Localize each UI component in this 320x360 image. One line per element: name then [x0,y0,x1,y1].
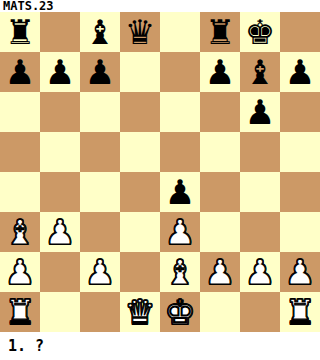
square-d3[interactable] [120,212,160,252]
black-rook: ♜ [5,12,35,52]
white-bishop: ♝ [5,212,35,252]
white-pawn: ♟ [165,212,195,252]
square-b8[interactable] [40,12,80,52]
square-c2[interactable]: ♟ [80,252,120,292]
square-a2[interactable]: ♟ [0,252,40,292]
square-e1[interactable]: ♚ [160,292,200,332]
square-e8[interactable] [160,12,200,52]
square-b5[interactable] [40,132,80,172]
square-a7[interactable]: ♟ [0,52,40,92]
square-f5[interactable] [200,132,240,172]
square-g1[interactable] [240,292,280,332]
black-pawn: ♟ [85,52,115,92]
square-h6[interactable] [280,92,320,132]
square-f3[interactable] [200,212,240,252]
white-rook: ♜ [285,292,315,332]
square-d1[interactable]: ♛ [120,292,160,332]
white-king: ♚ [165,292,195,332]
black-king: ♚ [245,12,275,52]
square-e3[interactable]: ♟ [160,212,200,252]
square-b4[interactable] [40,172,80,212]
square-g6[interactable]: ♟ [240,92,280,132]
square-b2[interactable] [40,252,80,292]
square-c4[interactable] [80,172,120,212]
square-d2[interactable] [120,252,160,292]
move-prompt: 1. ? [0,332,320,360]
square-h2[interactable]: ♟ [280,252,320,292]
square-g3[interactable] [240,212,280,252]
white-pawn: ♟ [5,252,35,292]
square-c8[interactable]: ♝ [80,12,120,52]
square-e7[interactable] [160,52,200,92]
black-pawn: ♟ [205,52,235,92]
black-pawn: ♟ [5,52,35,92]
square-a8[interactable]: ♜ [0,12,40,52]
square-g8[interactable]: ♚ [240,12,280,52]
square-a1[interactable]: ♜ [0,292,40,332]
chess-board: ♜♝♛♜♚♟♟♟♟♝♟♟♟♝♟♟♟♟♝♟♟♟♜♛♚♜ [0,12,320,332]
square-f6[interactable] [200,92,240,132]
white-rook: ♜ [5,292,35,332]
black-pawn: ♟ [245,92,275,132]
square-d7[interactable] [120,52,160,92]
square-f8[interactable]: ♜ [200,12,240,52]
square-f2[interactable]: ♟ [200,252,240,292]
square-d4[interactable] [120,172,160,212]
white-bishop: ♝ [165,252,195,292]
square-h4[interactable] [280,172,320,212]
square-f4[interactable] [200,172,240,212]
square-h3[interactable] [280,212,320,252]
chess-puzzle-window: MATS.23 ♜♝♛♜♚♟♟♟♟♝♟♟♟♝♟♟♟♟♝♟♟♟♜♛♚♜ 1. ? [0,0,320,360]
square-h8[interactable] [280,12,320,52]
black-pawn: ♟ [45,52,75,92]
black-pawn: ♟ [165,172,195,212]
white-pawn: ♟ [45,212,75,252]
square-d8[interactable]: ♛ [120,12,160,52]
square-h5[interactable] [280,132,320,172]
square-f7[interactable]: ♟ [200,52,240,92]
white-pawn: ♟ [245,252,275,292]
black-bishop: ♝ [85,12,115,52]
square-e4[interactable]: ♟ [160,172,200,212]
white-pawn: ♟ [85,252,115,292]
square-h1[interactable]: ♜ [280,292,320,332]
white-pawn: ♟ [285,252,315,292]
square-a5[interactable] [0,132,40,172]
square-b3[interactable]: ♟ [40,212,80,252]
square-f1[interactable] [200,292,240,332]
square-a3[interactable]: ♝ [0,212,40,252]
square-e5[interactable] [160,132,200,172]
square-g5[interactable] [240,132,280,172]
square-d5[interactable] [120,132,160,172]
black-queen: ♛ [125,12,155,52]
puzzle-title: MATS.23 [0,0,320,12]
square-g4[interactable] [240,172,280,212]
square-h7[interactable]: ♟ [280,52,320,92]
square-b6[interactable] [40,92,80,132]
black-rook: ♜ [205,12,235,52]
square-b1[interactable] [40,292,80,332]
black-pawn: ♟ [285,52,315,92]
square-e2[interactable]: ♝ [160,252,200,292]
square-e6[interactable] [160,92,200,132]
square-c6[interactable] [80,92,120,132]
white-queen: ♛ [125,292,155,332]
square-d6[interactable] [120,92,160,132]
black-bishop: ♝ [245,52,275,92]
white-pawn: ♟ [205,252,235,292]
square-g2[interactable]: ♟ [240,252,280,292]
square-g7[interactable]: ♝ [240,52,280,92]
square-c5[interactable] [80,132,120,172]
square-c7[interactable]: ♟ [80,52,120,92]
square-c1[interactable] [80,292,120,332]
square-c3[interactable] [80,212,120,252]
square-a4[interactable] [0,172,40,212]
square-a6[interactable] [0,92,40,132]
square-b7[interactable]: ♟ [40,52,80,92]
